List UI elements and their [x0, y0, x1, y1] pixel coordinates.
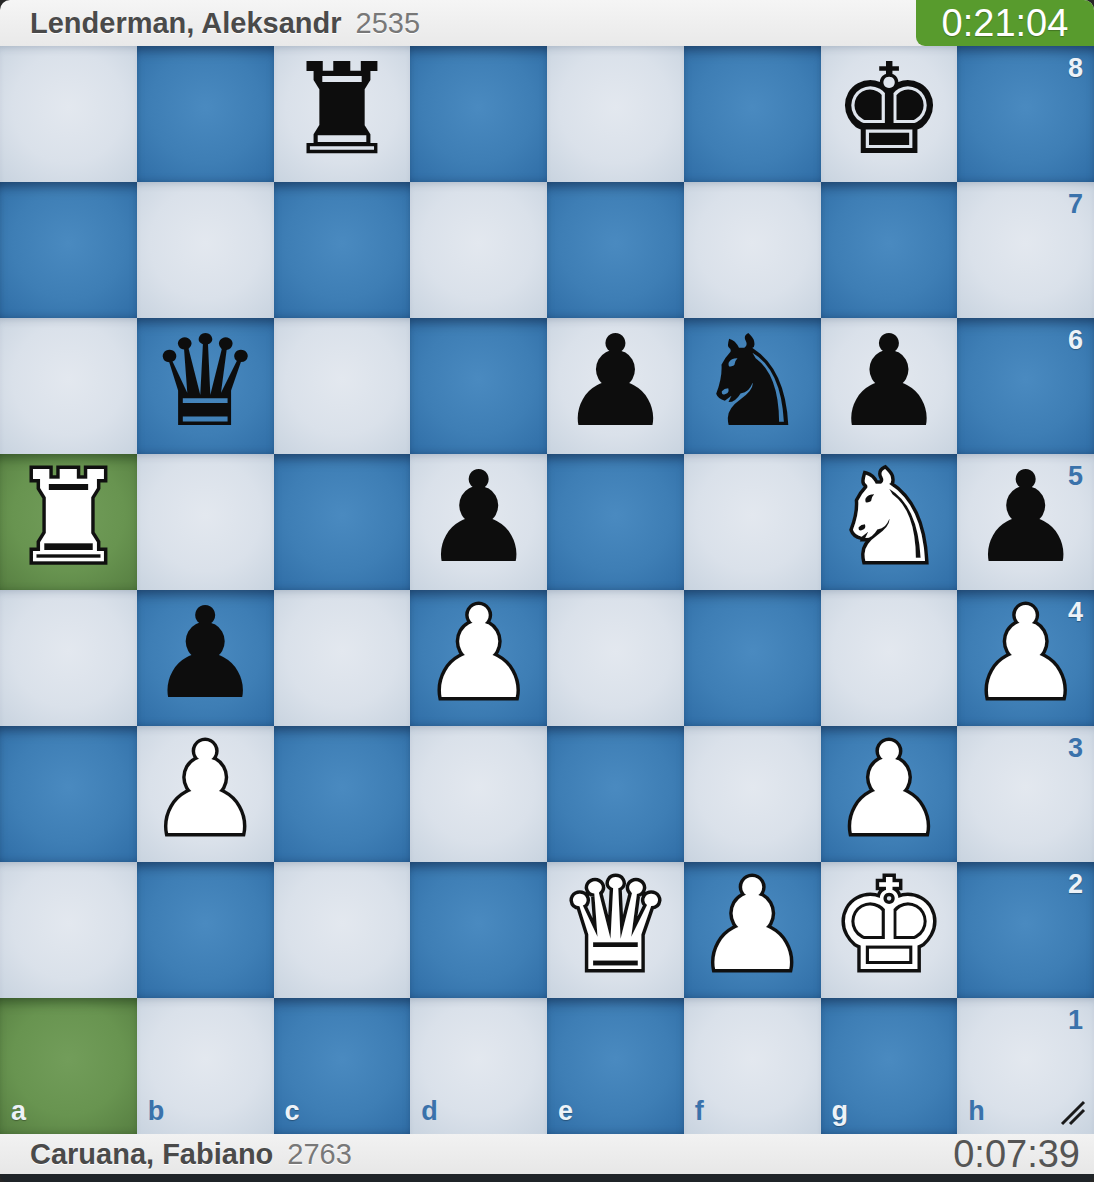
- rank-label-6: 6: [1068, 327, 1083, 354]
- square-d6[interactable]: [410, 318, 547, 454]
- resize-handle-icon[interactable]: [1060, 1100, 1086, 1126]
- square-b3[interactable]: ♟: [137, 726, 274, 862]
- file-label-g: g: [832, 1098, 849, 1125]
- square-a1[interactable]: a: [0, 998, 137, 1134]
- square-d3[interactable]: [410, 726, 547, 862]
- bottom-edge-strip: [0, 1174, 1094, 1182]
- square-b2[interactable]: [137, 862, 274, 998]
- black-pawn[interactable]: ♟: [969, 455, 1082, 581]
- square-e3[interactable]: [547, 726, 684, 862]
- white-rook[interactable]: ♜: [12, 455, 125, 581]
- square-c4[interactable]: [274, 590, 411, 726]
- square-c8[interactable]: ♜: [274, 46, 411, 182]
- rank-label-1: 1: [1068, 1007, 1083, 1034]
- square-f4[interactable]: [684, 590, 821, 726]
- chess-board[interactable]: ♜♚87♛♟♞♟6♜♟♞5♟♟♟4♟♟♟3♛♟♚2abcdefg1h: [0, 46, 1094, 1134]
- file-label-a: a: [11, 1098, 26, 1125]
- square-e6[interactable]: ♟: [547, 318, 684, 454]
- square-f2[interactable]: ♟: [684, 862, 821, 998]
- bottom-player-rating: 2763: [273, 1138, 352, 1171]
- square-c1[interactable]: c: [274, 998, 411, 1134]
- square-e1[interactable]: e: [547, 998, 684, 1134]
- square-g4[interactable]: [821, 590, 958, 726]
- square-a8[interactable]: [0, 46, 137, 182]
- square-b5[interactable]: [137, 454, 274, 590]
- square-d2[interactable]: [410, 862, 547, 998]
- square-e5[interactable]: [547, 454, 684, 590]
- square-d4[interactable]: ♟: [410, 590, 547, 726]
- square-b6[interactable]: ♛: [137, 318, 274, 454]
- file-label-b: b: [148, 1098, 165, 1125]
- square-a6[interactable]: [0, 318, 137, 454]
- square-g2[interactable]: ♚: [821, 862, 958, 998]
- square-f3[interactable]: [684, 726, 821, 862]
- chess-game-window: Lenderman, Aleksandr 2535 0:21:04 ♜♚87♛♟…: [0, 0, 1094, 1182]
- square-a5[interactable]: ♜: [0, 454, 137, 590]
- square-a4[interactable]: [0, 590, 137, 726]
- white-pawn[interactable]: ♟: [422, 591, 535, 717]
- square-e7[interactable]: [547, 182, 684, 318]
- square-h6[interactable]: 6: [957, 318, 1094, 454]
- top-player-bar: Lenderman, Aleksandr 2535 0:21:04: [0, 0, 1094, 46]
- white-pawn[interactable]: ♟: [149, 727, 262, 853]
- square-g8[interactable]: ♚: [821, 46, 958, 182]
- square-d5[interactable]: ♟: [410, 454, 547, 590]
- square-e8[interactable]: [547, 46, 684, 182]
- square-b7[interactable]: [137, 182, 274, 318]
- file-label-d: d: [421, 1098, 438, 1125]
- square-c5[interactable]: [274, 454, 411, 590]
- square-h1[interactable]: 1h: [957, 998, 1094, 1134]
- square-d7[interactable]: [410, 182, 547, 318]
- white-pawn[interactable]: ♟: [696, 863, 809, 989]
- black-pawn[interactable]: ♟: [832, 319, 945, 445]
- square-f1[interactable]: f: [684, 998, 821, 1134]
- white-queen[interactable]: ♛: [559, 863, 672, 989]
- square-h7[interactable]: 7: [957, 182, 1094, 318]
- square-d1[interactable]: d: [410, 998, 547, 1134]
- square-f6[interactable]: ♞: [684, 318, 821, 454]
- rank-label-7: 7: [1068, 191, 1083, 218]
- square-g3[interactable]: ♟: [821, 726, 958, 862]
- square-f7[interactable]: [684, 182, 821, 318]
- square-c6[interactable]: [274, 318, 411, 454]
- rank-label-3: 3: [1068, 735, 1083, 762]
- square-g1[interactable]: g: [821, 998, 958, 1134]
- bottom-player-clock: 0:07:39: [916, 1134, 1094, 1174]
- square-g6[interactable]: ♟: [821, 318, 958, 454]
- white-king[interactable]: ♚: [832, 863, 945, 989]
- top-player-clock: 0:21:04: [916, 0, 1094, 46]
- square-c3[interactable]: [274, 726, 411, 862]
- black-knight[interactable]: ♞: [696, 319, 809, 445]
- top-player-name: Lenderman, Aleksandr: [0, 7, 342, 40]
- black-pawn[interactable]: ♟: [149, 591, 262, 717]
- square-f8[interactable]: [684, 46, 821, 182]
- black-rook[interactable]: ♜: [285, 47, 398, 173]
- square-b1[interactable]: b: [137, 998, 274, 1134]
- square-h8[interactable]: 8: [957, 46, 1094, 182]
- white-pawn[interactable]: ♟: [832, 727, 945, 853]
- file-label-e: e: [558, 1098, 573, 1125]
- square-b8[interactable]: [137, 46, 274, 182]
- square-c7[interactable]: [274, 182, 411, 318]
- square-h4[interactable]: 4♟: [957, 590, 1094, 726]
- file-label-c: c: [285, 1098, 300, 1125]
- bottom-player-bar: Caruana, Fabiano 2763 0:07:39: [0, 1134, 1094, 1174]
- square-d8[interactable]: [410, 46, 547, 182]
- file-label-f: f: [695, 1098, 704, 1125]
- square-e4[interactable]: [547, 590, 684, 726]
- square-h3[interactable]: 3: [957, 726, 1094, 862]
- file-label-h: h: [968, 1098, 985, 1125]
- square-b4[interactable]: ♟: [137, 590, 274, 726]
- black-pawn[interactable]: ♟: [422, 455, 535, 581]
- black-pawn[interactable]: ♟: [559, 319, 672, 445]
- square-h5[interactable]: 5♟: [957, 454, 1094, 590]
- square-a3[interactable]: [0, 726, 137, 862]
- square-f5[interactable]: [684, 454, 821, 590]
- black-king[interactable]: ♚: [832, 47, 945, 173]
- square-a7[interactable]: [0, 182, 137, 318]
- square-c2[interactable]: [274, 862, 411, 998]
- rank-label-2: 2: [1068, 871, 1083, 898]
- square-h2[interactable]: 2: [957, 862, 1094, 998]
- white-knight[interactable]: ♞: [832, 455, 945, 581]
- black-queen[interactable]: ♛: [149, 319, 262, 445]
- white-pawn[interactable]: ♟: [969, 591, 1082, 717]
- square-e2[interactable]: ♛: [547, 862, 684, 998]
- square-a2[interactable]: [0, 862, 137, 998]
- square-g5[interactable]: ♞: [821, 454, 958, 590]
- square-g7[interactable]: [821, 182, 958, 318]
- top-player-rating: 2535: [342, 7, 421, 40]
- bottom-player-name: Caruana, Fabiano: [0, 1138, 273, 1171]
- rank-label-8: 8: [1068, 55, 1083, 82]
